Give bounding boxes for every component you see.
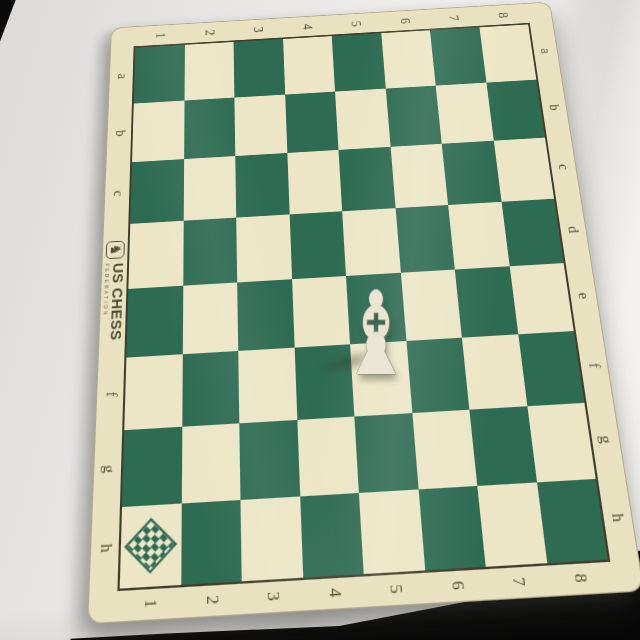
square-h3 [240, 496, 302, 581]
bottom-label-8: 8 [570, 573, 588, 583]
left-label-f: f [103, 391, 119, 397]
top-label-4: 4 [300, 24, 314, 31]
square-a3 [234, 39, 285, 98]
square-a7 [430, 27, 486, 85]
square-c1 [130, 159, 183, 224]
square-c2 [183, 156, 236, 221]
square-d5 [342, 208, 400, 276]
square-f1 [124, 354, 182, 430]
square-e1 [126, 286, 182, 358]
square-e3 [237, 279, 294, 351]
square-h2 [181, 500, 242, 585]
top-label-5: 5 [349, 21, 363, 28]
square-b7 [436, 83, 494, 144]
square-c6 [390, 144, 448, 208]
square-g8 [527, 403, 596, 483]
square-b1 [132, 101, 184, 163]
square-c4 [287, 150, 342, 215]
square-h7 [477, 482, 546, 566]
left-label-c: c [110, 190, 125, 197]
square-d8 [501, 199, 564, 267]
square-g6 [412, 410, 477, 490]
square-g2 [181, 423, 240, 503]
top-label-3: 3 [251, 26, 265, 33]
square-a5 [332, 33, 386, 91]
square-b4 [285, 92, 339, 153]
square-h5 [359, 489, 425, 574]
bottom-label-1: 1 [141, 599, 158, 609]
bottom-label-7: 7 [509, 577, 527, 587]
square-g1 [122, 427, 182, 507]
square-h1 [120, 504, 182, 589]
knight-icon: ♞ [106, 240, 125, 259]
bottom-label-2: 2 [203, 595, 220, 605]
left-label-a: a [115, 73, 129, 79]
square-h4 [300, 493, 364, 578]
white-bishop-on-f5: ♝ [333, 272, 419, 392]
us-chess-logo: ♞ US CHESS FEDERATION [100, 224, 129, 359]
right-label-b: b [546, 104, 561, 111]
square-a4 [283, 36, 335, 94]
diamond-quilt-logo [124, 518, 177, 574]
top-label-2: 2 [202, 29, 215, 36]
square-g3 [239, 420, 299, 500]
square-d6 [395, 205, 455, 273]
right-label-a: a [538, 48, 552, 54]
square-h8 [537, 479, 608, 563]
square-f3 [238, 348, 297, 424]
square-b3 [234, 95, 286, 156]
bottom-label-4: 4 [325, 588, 342, 598]
right-label-c: c [555, 164, 570, 171]
square-h6 [418, 486, 486, 571]
top-label-6: 6 [397, 18, 411, 25]
right-label-e: e [575, 292, 591, 299]
bottom-label-6: 6 [448, 580, 466, 590]
square-g5 [354, 413, 418, 493]
black-corner-top-left [0, 0, 26, 46]
federation-text: FEDERATION [103, 263, 110, 317]
us-chess-text: US CHESS [108, 262, 126, 341]
photo-of-chessboard: { "game": "chess", "scene_type": "photog… [0, 0, 640, 640]
bottom-label-5: 5 [387, 584, 405, 594]
right-label-g: g [596, 435, 613, 444]
right-label-d: d [565, 226, 581, 234]
square-g7 [469, 406, 536, 486]
square-d4 [289, 211, 346, 279]
square-a2 [184, 42, 234, 101]
square-d3 [236, 214, 291, 282]
square-f2 [182, 351, 240, 427]
square-d7 [448, 202, 509, 270]
square-b8 [486, 80, 545, 141]
square-e8 [509, 263, 574, 334]
square-e7 [455, 266, 518, 337]
bottom-label-3: 3 [264, 591, 281, 601]
square-a1 [134, 45, 185, 104]
square-c7 [442, 141, 501, 205]
square-b6 [385, 86, 441, 147]
square-e2 [182, 282, 238, 354]
top-label-1: 1 [153, 32, 167, 39]
square-a6 [381, 30, 436, 88]
square-b2 [184, 98, 236, 160]
square-c8 [493, 138, 554, 202]
right-label-f: f [585, 363, 601, 369]
left-label-h: h [97, 543, 114, 553]
square-f7 [462, 334, 527, 409]
square-g4 [297, 417, 359, 497]
left-label-g: g [100, 464, 116, 473]
square-d2 [183, 218, 237, 286]
square-f8 [518, 331, 585, 406]
square-d1 [128, 221, 183, 289]
top-label-8: 8 [495, 12, 509, 19]
right-label-h: h [608, 513, 626, 523]
square-c5 [339, 147, 396, 211]
square-b5 [335, 89, 390, 150]
square-c3 [235, 153, 289, 218]
square-a8 [479, 24, 536, 82]
left-label-b: b [113, 130, 127, 137]
top-label-7: 7 [446, 15, 460, 22]
